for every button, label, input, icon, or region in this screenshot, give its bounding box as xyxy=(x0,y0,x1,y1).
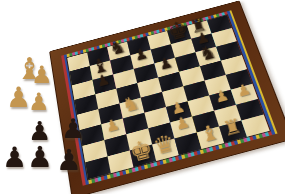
square-h8[interactable] xyxy=(207,15,232,33)
captured-black-pawn-4[interactable]: ♟ xyxy=(27,143,53,172)
chess-set-photo: ♞♚♜♝♟♟♟♟♞♞♟♟♟♟♟♚♛♝♜ ♝♟♟♟♟♟♟♟♟ xyxy=(0,0,285,194)
captured-black-pawn-2[interactable]: ♟ xyxy=(61,115,85,142)
square-a7[interactable] xyxy=(70,66,93,85)
captured-white-pawn-2[interactable]: ♟ xyxy=(31,63,53,87)
square-g8[interactable]: ♜ xyxy=(187,20,211,38)
black-bishop-b7[interactable]: ♝ xyxy=(86,49,114,81)
square-g1[interactable]: ♜ xyxy=(219,121,247,143)
square-a8[interactable] xyxy=(67,53,90,72)
square-d7[interactable]: ♟ xyxy=(130,50,154,69)
square-e8[interactable] xyxy=(147,31,171,50)
black-pawn-d7[interactable]: ♟ xyxy=(127,38,155,70)
square-c8[interactable]: ♞ xyxy=(107,42,130,61)
square-f6[interactable] xyxy=(175,52,200,72)
black-rook-g8[interactable]: ♜ xyxy=(185,9,212,40)
square-e7[interactable] xyxy=(151,44,175,63)
black-pawn-b6[interactable]: ♟ xyxy=(89,63,117,95)
black-king-f8[interactable]: ♚ xyxy=(164,14,191,45)
captured-black-pawn-3[interactable]: ♟ xyxy=(2,144,27,172)
square-c7[interactable] xyxy=(110,55,134,74)
square-h6[interactable] xyxy=(216,41,242,60)
square-a6[interactable] xyxy=(72,80,95,100)
chess-board[interactable]: ♞♚♜♝♟♟♟♟♞♞♟♟♟♟♟♚♛♝♜ xyxy=(49,0,285,194)
captured-black-pawn-5[interactable]: ♟ xyxy=(56,146,82,175)
square-b8[interactable] xyxy=(87,47,110,66)
black-knight-c8[interactable]: ♞ xyxy=(104,30,131,61)
square-g6[interactable]: ♞ xyxy=(196,47,221,66)
square-d8[interactable] xyxy=(127,36,151,55)
board-grid: ♞♚♜♝♟♟♟♟♞♞♟♟♟♟♟♚♛♝♜ xyxy=(67,15,269,179)
mosaic-inlay-border: ♞♚♜♝♟♟♟♟♞♞♟♟♟♟♟♚♛♝♜ xyxy=(61,10,277,186)
square-f8[interactable]: ♚ xyxy=(167,26,191,45)
square-b6[interactable]: ♟ xyxy=(93,74,117,94)
square-e6[interactable]: ♟ xyxy=(154,58,179,78)
square-f7[interactable] xyxy=(171,39,196,58)
square-g7[interactable]: ♟ xyxy=(191,33,216,52)
square-b7[interactable]: ♝ xyxy=(90,61,113,80)
square-d6[interactable] xyxy=(134,63,158,83)
square-c4[interactable]: ♞ xyxy=(119,98,144,119)
black-knight-g6[interactable]: ♞ xyxy=(193,35,221,67)
black-pawn-e6[interactable]: ♟ xyxy=(151,46,179,78)
square-g5[interactable] xyxy=(200,61,226,81)
square-h3[interactable]: ♟ xyxy=(231,84,258,105)
captured-white-pawn-4[interactable]: ♟ xyxy=(28,90,50,114)
black-pawn-g7[interactable]: ♟ xyxy=(189,22,217,54)
square-h7[interactable] xyxy=(212,28,237,47)
square-c6[interactable] xyxy=(113,69,137,89)
square-d1[interactable]: ♛ xyxy=(152,138,179,161)
